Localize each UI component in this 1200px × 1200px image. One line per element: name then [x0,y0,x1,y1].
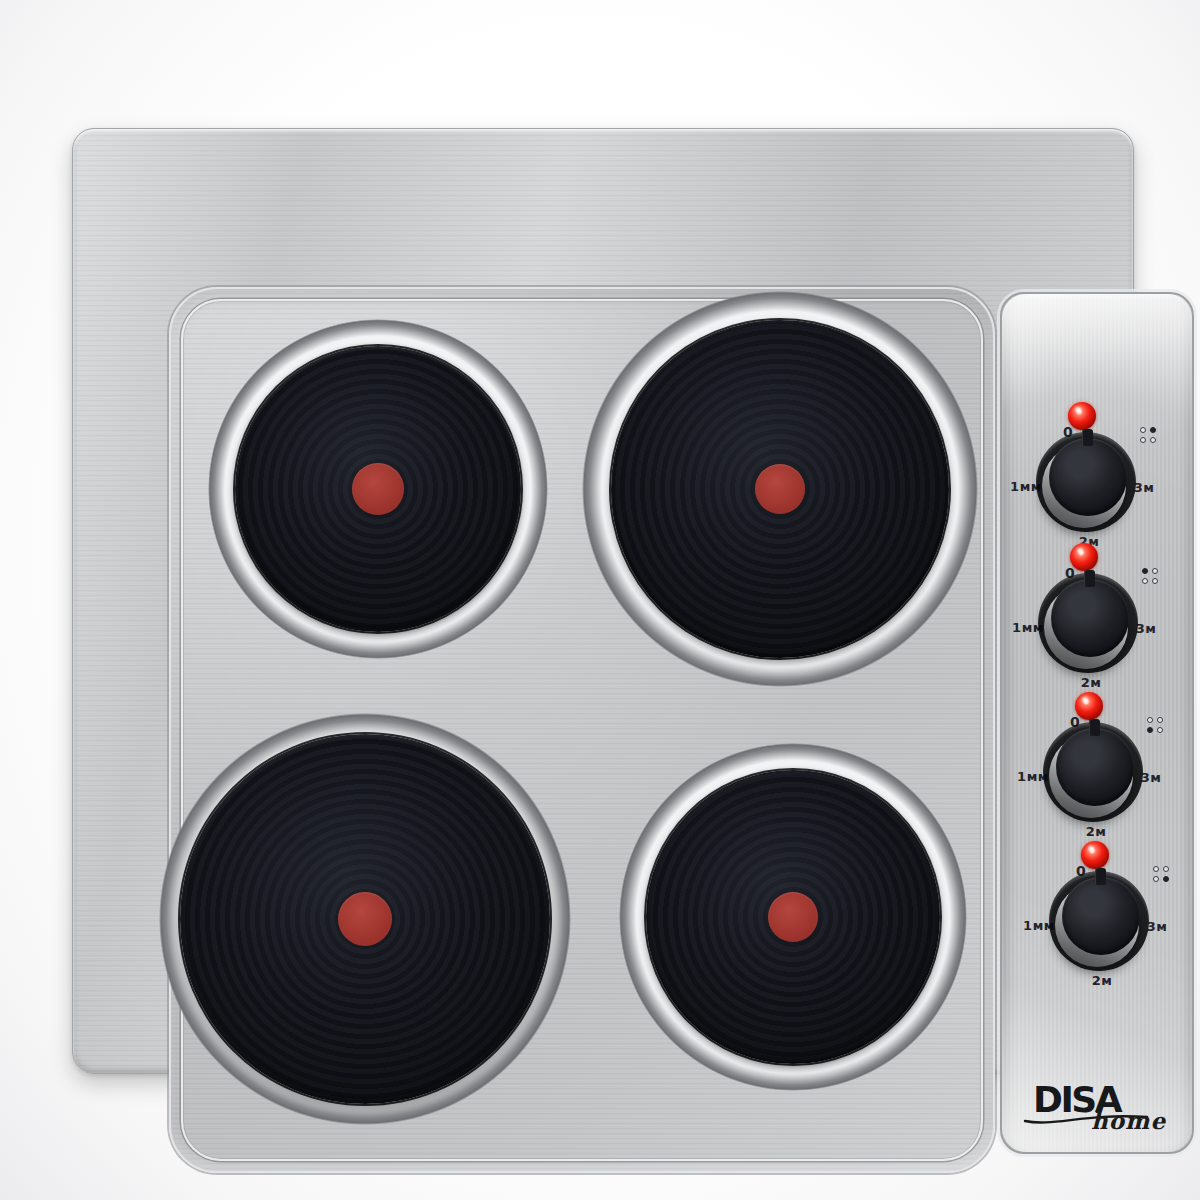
burner-rear-left [208,319,548,659]
hotplate-center-dot [755,464,805,514]
knob-cap [1051,579,1129,657]
knob-cap [1062,877,1140,955]
hotplate-front-left [180,734,550,1104]
hotplate-center-dot [768,892,818,942]
hotplate-center-dot [352,463,404,515]
burner-position-icon [1146,716,1164,734]
brand-sub-name: home [1091,1107,1166,1134]
photo-background: 0 1ᴍᴍ 2ᴍ 3ᴍ 0 1ᴍᴍ 2ᴍ 3ᴍ [0,0,1200,1200]
knob-cap [1056,728,1134,806]
hotplate-front-right [646,770,940,1064]
knob-pointer-notch [1089,719,1100,736]
hotplate-rear-right [611,320,949,658]
burner-position-icon [1152,865,1170,883]
burner-control-knob[interactable] [1049,871,1149,971]
knob-label-level3: 3ᴍ [1147,919,1168,934]
knob-label-level2: 2ᴍ [1086,824,1107,839]
brand-logo: DISA home [1025,1079,1195,1143]
knob-label-level3: 3ᴍ [1141,770,1162,785]
knob-label-level2: 2ᴍ [1092,973,1113,988]
knob-pointer-notch [1095,868,1106,885]
burner-rear-right [582,291,978,687]
knob-pointer-notch [1084,570,1095,587]
hotplate-rear-left [235,346,521,632]
knob-label-level3: 3ᴍ [1134,480,1155,495]
burner-control-knob[interactable] [1038,573,1138,673]
burner-position-icon [1141,567,1159,585]
burner-front-left [159,713,571,1125]
burner-position-icon [1139,426,1157,444]
burner-front-right [619,743,967,1091]
cooktop-body: 0 1ᴍᴍ 2ᴍ 3ᴍ 0 1ᴍᴍ 2ᴍ 3ᴍ [72,128,1134,1074]
knob-cap [1049,438,1127,516]
burner-control-knob[interactable] [1036,432,1136,532]
knob-label-level3: 3ᴍ [1136,621,1157,636]
hotplate-center-dot [338,892,392,946]
burner-control-knob[interactable] [1043,722,1143,822]
knob-pointer-notch [1082,429,1093,446]
knob-label-level2: 2ᴍ [1081,675,1102,690]
